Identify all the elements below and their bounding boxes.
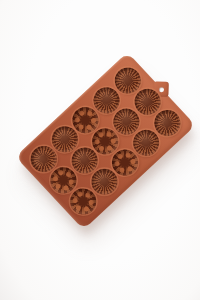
product-photo-background bbox=[0, 0, 200, 300]
hang-tab-hole bbox=[158, 87, 163, 92]
mold-cavity-7 bbox=[70, 146, 98, 174]
chocolate-mold-tray bbox=[15, 52, 195, 229]
mold-cavity-12 bbox=[92, 169, 118, 195]
